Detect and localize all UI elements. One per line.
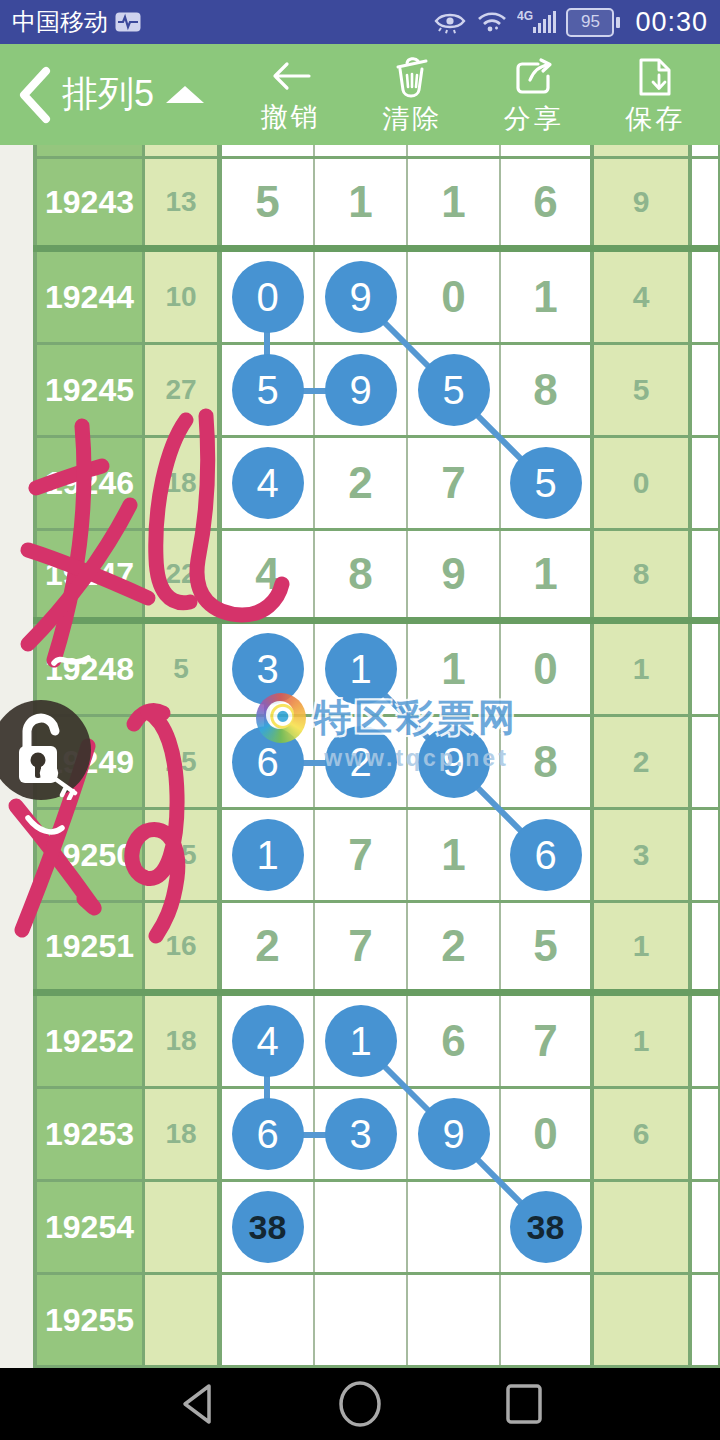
digit-cell[interactable]: 1 <box>408 810 501 900</box>
period-cell: 19243 <box>33 159 145 245</box>
hd-voice-icon <box>114 11 142 33</box>
circled-digit[interactable]: 38 <box>232 1191 304 1263</box>
digit-cell[interactable]: 6 <box>501 810 594 900</box>
circled-digit[interactable]: 9 <box>325 261 397 333</box>
tail-digit-cell[interactable]: 6 <box>594 1089 692 1179</box>
digit-cell[interactable]: 9 <box>315 345 408 435</box>
digit-cell[interactable]: 3 <box>315 1089 408 1179</box>
period-cell: 19254 <box>33 1182 145 1272</box>
clipped-cell <box>692 996 720 1086</box>
table-row: 192472248918 <box>33 531 720 624</box>
table-row: 192492562982 <box>33 717 720 810</box>
digit-cell[interactable]: 2 <box>315 438 408 528</box>
clock: 00:30 <box>635 7 708 38</box>
digit-cell[interactable]: 9 <box>408 531 501 617</box>
digit-cell[interactable]: 4 <box>222 531 315 617</box>
period-cell <box>33 145 145 156</box>
period-cell: 19252 <box>33 996 145 1086</box>
save-button[interactable]: 保存 <box>625 56 685 137</box>
clipped-cell <box>692 903 720 989</box>
undo-button[interactable]: 撤销 <box>261 56 321 135</box>
digit-cell[interactable] <box>315 145 408 156</box>
digit-cell[interactable]: 1 <box>222 810 315 900</box>
status-bar: 中国移动 4G <box>0 0 720 44</box>
digit-cell[interactable]: 5 <box>501 903 594 989</box>
period-cell: 19246 <box>33 438 145 528</box>
battery-percent: 95 <box>581 12 600 32</box>
tail-digit-cell[interactable]: 9 <box>594 159 692 245</box>
circled-digit[interactable]: 6 <box>232 1098 304 1170</box>
save-icon <box>635 56 675 98</box>
digit-cell[interactable]: 7 <box>315 810 408 900</box>
tail-digit-cell[interactable]: 1 <box>594 624 692 714</box>
table-row: 192501517163 <box>33 810 720 903</box>
table-row: 192531863906 <box>33 1089 720 1182</box>
triangle-up-icon <box>166 86 204 103</box>
lock-float-button[interactable] <box>0 700 91 800</box>
undo-icon <box>269 56 313 96</box>
digit-cell[interactable]: 5 <box>222 345 315 435</box>
digit-cell[interactable]: 4 <box>222 438 315 528</box>
circled-digit[interactable]: 9 <box>325 354 397 426</box>
trash-icon <box>390 56 434 98</box>
circled-digit[interactable]: 5 <box>418 354 490 426</box>
circled-digit[interactable]: 2 <box>325 726 397 798</box>
digit-cell[interactable]: 4 <box>222 996 315 1086</box>
digit-cell[interactable]: 5 <box>408 345 501 435</box>
sum-cell: 18 <box>145 996 222 1086</box>
clipped-cell <box>692 810 720 900</box>
circled-digit[interactable]: 1 <box>232 819 304 891</box>
period-cell: 19255 <box>33 1275 145 1365</box>
clipped-cell <box>692 252 720 342</box>
period-cell: 19244 <box>33 252 145 342</box>
svg-text:4G: 4G <box>517 9 533 23</box>
digit-cell[interactable]: 9 <box>408 717 501 807</box>
digit-cell[interactable]: 1 <box>501 252 594 342</box>
circled-digit[interactable]: 5 <box>510 447 582 519</box>
back-button[interactable] <box>16 66 52 124</box>
tail-digit-cell[interactable]: 8 <box>594 531 692 617</box>
digit-cell[interactable]: 5 <box>222 159 315 245</box>
clear-button[interactable]: 清除 <box>382 56 442 137</box>
digit-cell[interactable]: 2 <box>222 903 315 989</box>
table-row: 192441009014 <box>33 252 720 345</box>
digit-cell[interactable] <box>315 1275 408 1365</box>
digit-cell[interactable]: 2 <box>315 717 408 807</box>
digit-cell[interactable] <box>315 1182 408 1272</box>
sum-cell: 18 <box>145 438 222 528</box>
tail-digit-cell[interactable]: 2 <box>594 717 692 807</box>
digit-cell[interactable]: 8 <box>501 345 594 435</box>
sum-cell: 16 <box>145 903 222 989</box>
period-cell: 19250 <box>33 810 145 900</box>
circled-digit[interactable]: 9 <box>418 1098 490 1170</box>
clipped-cell <box>692 438 720 528</box>
digit-cell[interactable]: 1 <box>501 531 594 617</box>
tail-digit-cell[interactable]: 1 <box>594 996 692 1086</box>
digit-cell[interactable]: 1 <box>408 624 501 714</box>
wifi-icon <box>476 10 508 34</box>
tail-digit-cell[interactable]: 0 <box>594 438 692 528</box>
digit-cell[interactable]: 8 <box>501 717 594 807</box>
table-row: 192431351169 <box>33 159 720 252</box>
digit-cell[interactable] <box>222 1275 315 1365</box>
digit-cell[interactable]: 38 <box>222 1182 315 1272</box>
clipped-cell <box>692 717 720 807</box>
digit-cell[interactable]: 6 <box>408 996 501 1086</box>
period-cell: 19247 <box>33 531 145 617</box>
sum-cell <box>145 1275 222 1365</box>
nav-back-button[interactable] <box>173 1379 219 1429</box>
digit-cell[interactable]: 1 <box>315 624 408 714</box>
digit-cell[interactable] <box>501 145 594 156</box>
sum-cell: 22 <box>145 531 222 617</box>
nav-home-button[interactable] <box>335 1379 385 1429</box>
digit-cell[interactable]: 9 <box>408 1089 501 1179</box>
table-row: 192452759585 <box>33 345 720 438</box>
digit-cell[interactable]: 1 <box>315 996 408 1086</box>
digit-cell[interactable]: 1 <box>315 159 408 245</box>
digit-cell[interactable]: 6 <box>501 159 594 245</box>
circled-digit[interactable]: 4 <box>232 1005 304 1077</box>
sum-cell <box>145 1182 222 1272</box>
carrier-label: 中国移动 <box>12 6 108 38</box>
digit-cell[interactable] <box>408 145 501 156</box>
circled-digit[interactable]: 9 <box>418 726 490 798</box>
digit-cell[interactable]: 7 <box>501 996 594 1086</box>
eye-protection-icon <box>433 10 467 34</box>
sum-cell: 25 <box>145 717 222 807</box>
clipped-cell <box>692 159 720 245</box>
circled-digit[interactable]: 0 <box>232 261 304 333</box>
digit-cell[interactable]: 7 <box>315 903 408 989</box>
digit-cell[interactable]: 6 <box>222 717 315 807</box>
table-row: 192543838 <box>33 1182 720 1275</box>
clipped-cell <box>692 145 720 156</box>
table-row: 19255 <box>33 1275 720 1368</box>
circled-digit[interactable]: 1 <box>325 1005 397 1077</box>
table-row: 192461842750 <box>33 438 720 531</box>
digit-cell[interactable]: 6 <box>222 1089 315 1179</box>
clipped-cell <box>692 1182 720 1272</box>
toolbar: 排列5 撤销 清除 <box>0 44 720 145</box>
digit-cell[interactable] <box>222 145 315 156</box>
sum-cell: 27 <box>145 345 222 435</box>
digit-cell[interactable] <box>408 1182 501 1272</box>
sum-cell: 18 <box>145 1089 222 1179</box>
digit-cell[interactable]: 2 <box>408 903 501 989</box>
nav-recents-button[interactable] <box>501 1379 547 1429</box>
digit-cell[interactable]: 0 <box>222 252 315 342</box>
android-nav-bar <box>0 1368 720 1440</box>
digit-cell[interactable]: 3 <box>222 624 315 714</box>
circled-digit[interactable]: 6 <box>232 726 304 798</box>
period-cell: 19253 <box>33 1089 145 1179</box>
page-title: 排列5 <box>62 70 154 119</box>
digit-cell[interactable] <box>501 1275 594 1365</box>
battery-icon: 95 <box>566 8 620 37</box>
digit-cell[interactable] <box>408 1275 501 1365</box>
digit-cell[interactable]: 9 <box>315 252 408 342</box>
tail-digit-cell[interactable]: 4 <box>594 252 692 342</box>
sum-cell <box>145 145 222 156</box>
phone-screen: 中国移动 4G <box>0 0 720 1440</box>
tail-digit-cell[interactable] <box>594 1182 692 1272</box>
tail-digit-cell[interactable] <box>594 1275 692 1365</box>
clipped-cell <box>692 1275 720 1365</box>
lock-key-icon <box>0 700 91 800</box>
table-row-partial <box>33 145 720 159</box>
table-row: 192521841671 <box>33 996 720 1089</box>
clipped-cell <box>692 531 720 617</box>
circled-digit[interactable]: 6 <box>510 819 582 891</box>
digit-cell[interactable]: 0 <box>501 1089 594 1179</box>
table-row: 19248531101 <box>33 624 720 717</box>
tail-digit-cell[interactable]: 3 <box>594 810 692 900</box>
sum-cell: 5 <box>145 624 222 714</box>
period-cell: 19245 <box>33 345 145 435</box>
tail-digit-cell[interactable] <box>594 145 692 156</box>
table-row: 192511627251 <box>33 903 720 996</box>
digit-cell[interactable]: 0 <box>408 252 501 342</box>
trend-table: 1924313511691924410090141924527595851924… <box>0 145 720 1368</box>
circled-digit[interactable]: 38 <box>510 1191 582 1263</box>
digit-cell[interactable]: 1 <box>408 159 501 245</box>
circled-digit[interactable]: 5 <box>232 354 304 426</box>
sum-cell: 13 <box>145 159 222 245</box>
period-cell: 19251 <box>33 903 145 989</box>
circled-digit[interactable]: 3 <box>325 1098 397 1170</box>
share-button[interactable]: 分享 <box>504 56 564 137</box>
digit-cell[interactable]: 38 <box>501 1182 594 1272</box>
circled-digit[interactable]: 1 <box>325 633 397 705</box>
circled-digit[interactable]: 4 <box>232 447 304 519</box>
share-icon <box>512 56 556 98</box>
digit-cell[interactable]: 5 <box>501 438 594 528</box>
circled-digit[interactable]: 3 <box>232 633 304 705</box>
sum-cell: 15 <box>145 810 222 900</box>
clipped-cell <box>692 624 720 714</box>
digit-cell[interactable]: 0 <box>501 624 594 714</box>
signal-4g-icon: 4G <box>517 9 557 35</box>
back-chevron-icon <box>16 66 52 124</box>
tail-digit-cell[interactable]: 1 <box>594 903 692 989</box>
tail-digit-cell[interactable]: 5 <box>594 345 692 435</box>
sum-cell: 10 <box>145 252 222 342</box>
game-selector[interactable]: 排列5 <box>62 70 204 119</box>
clipped-cell <box>692 345 720 435</box>
digit-cell[interactable]: 8 <box>315 531 408 617</box>
digit-cell[interactable]: 7 <box>408 438 501 528</box>
clipped-cell <box>692 1089 720 1179</box>
